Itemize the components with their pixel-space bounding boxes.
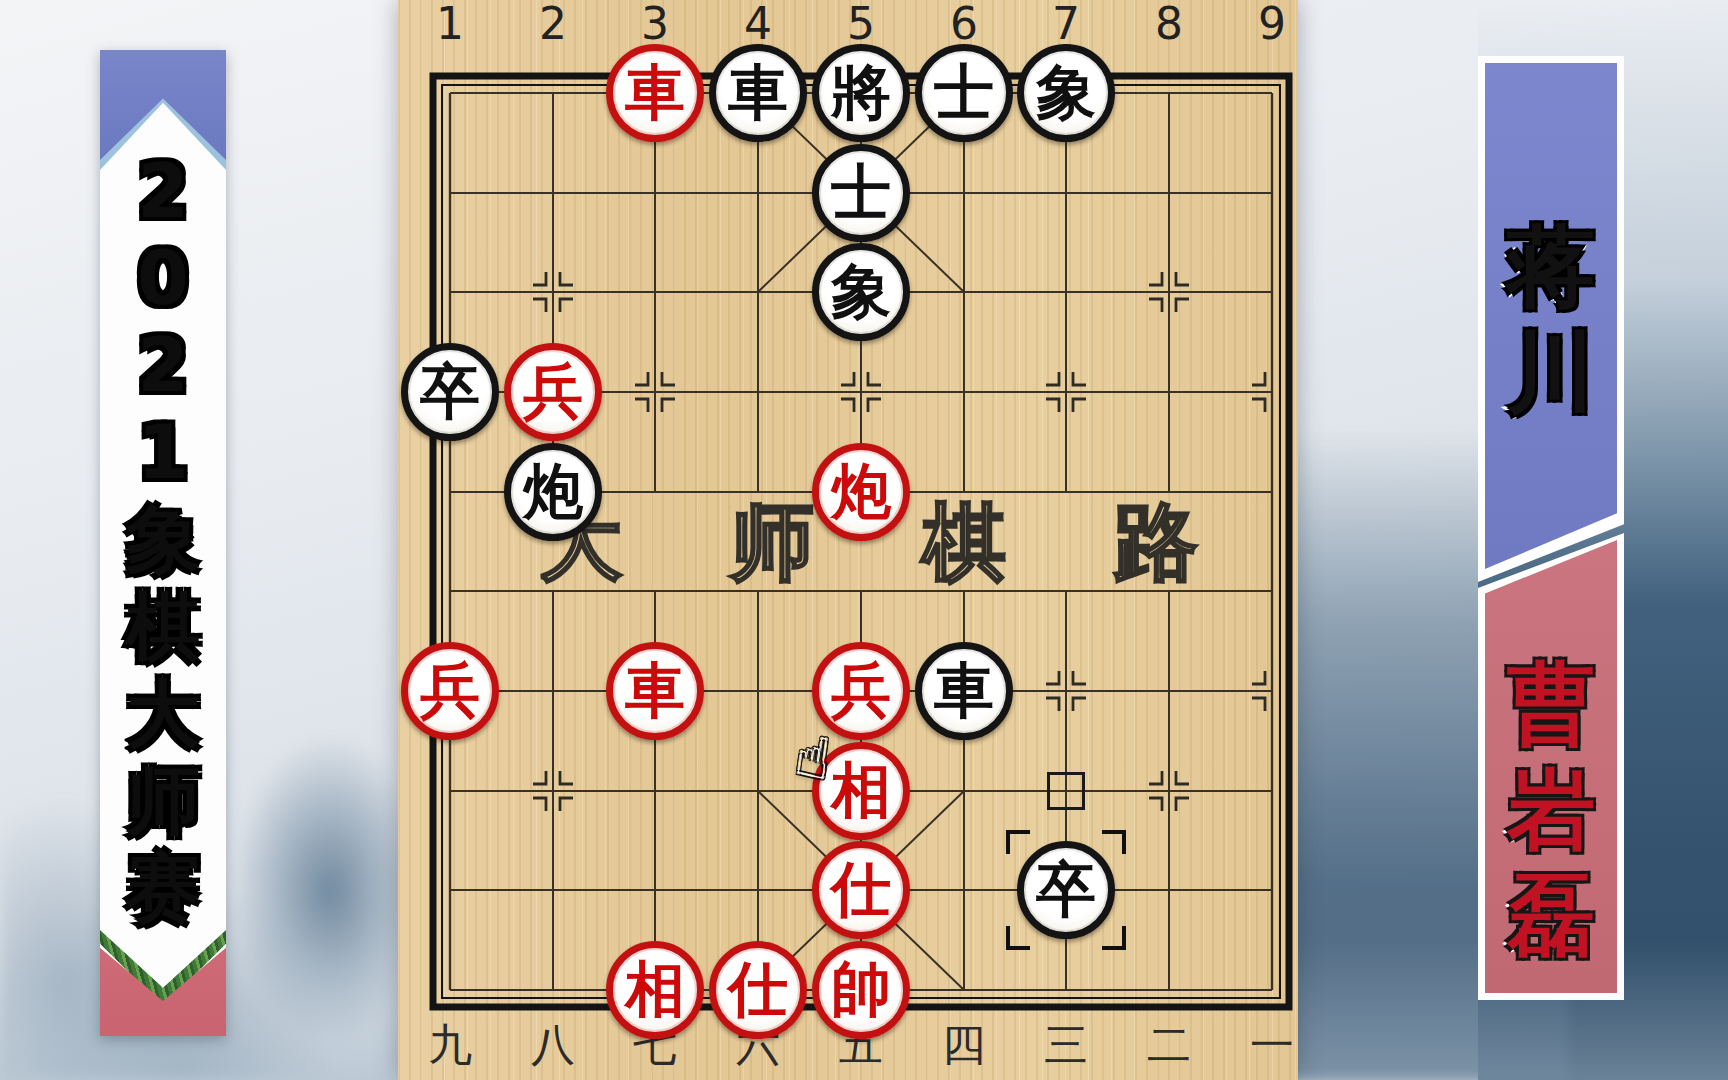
file-label-bottom: 八: [531, 1020, 575, 1070]
black-piece-象[interactable]: 象: [1017, 44, 1115, 142]
red-piece-兵[interactable]: 兵: [504, 343, 602, 441]
piece-glyph: 車: [728, 62, 788, 122]
event-title-char: 2: [100, 322, 226, 409]
black-piece-士[interactable]: 士: [812, 144, 910, 242]
xiangqi-broadcast-screen: { "game": "xiangqi", "event_banner": { "…: [0, 0, 1728, 1080]
player-red-char: 磊: [1478, 863, 1624, 969]
event-title: 2021象棋大师赛: [100, 148, 226, 931]
piece-glyph: 相: [831, 760, 891, 820]
move-destination-corner: [1006, 926, 1030, 950]
piece-glyph: 卒: [420, 361, 480, 421]
red-piece-兵[interactable]: 兵: [401, 642, 499, 740]
event-ribbon: 2021象棋大师赛: [100, 50, 226, 1036]
black-piece-將[interactable]: 將: [812, 44, 910, 142]
move-destination-corner: [1102, 926, 1126, 950]
piece-glyph: 士: [934, 62, 994, 122]
player-name-red: 曹岩磊: [1478, 651, 1624, 969]
piece-glyph: 仕: [728, 959, 788, 1019]
piece-glyph: 象: [1036, 62, 1096, 122]
piece-glyph: 士: [831, 162, 891, 222]
player-name-black: 蒋川: [1478, 214, 1624, 426]
player-banner-black: 蒋川: [1478, 56, 1624, 582]
event-title-char: 大: [100, 670, 226, 757]
file-label-bottom: 四: [942, 1020, 986, 1070]
red-piece-帥[interactable]: 帥: [812, 941, 910, 1039]
piece-glyph: 車: [625, 62, 685, 122]
piece-glyph: 相: [625, 959, 685, 1019]
event-title-char: 赛: [100, 844, 226, 931]
red-piece-相[interactable]: 相: [606, 941, 704, 1039]
river-watermark-char: 师: [724, 496, 820, 588]
piece-glyph: 車: [625, 660, 685, 720]
move-destination-marker: [1006, 830, 1126, 950]
red-piece-仕[interactable]: 仕: [709, 941, 807, 1039]
player-black-char: 川: [1478, 320, 1624, 426]
piece-glyph: 車: [934, 660, 994, 720]
player-banner-red: 曹岩磊: [1478, 533, 1624, 1000]
red-piece-車[interactable]: 車: [606, 44, 704, 142]
black-piece-炮[interactable]: 炮: [504, 443, 602, 541]
event-title-char: 1: [100, 409, 226, 496]
black-piece-士[interactable]: 士: [915, 44, 1013, 142]
red-piece-車[interactable]: 車: [606, 642, 704, 740]
red-piece-兵[interactable]: 兵: [812, 642, 910, 740]
player-red-char: 曹: [1478, 651, 1624, 757]
event-title-char: 0: [100, 235, 226, 322]
file-label-top: 6: [942, 1, 986, 47]
piece-glyph: 兵: [831, 660, 891, 720]
file-label-bottom: 二: [1147, 1020, 1191, 1070]
piece-glyph: 炮: [831, 461, 891, 521]
piece-glyph: 炮: [523, 461, 583, 521]
event-title-char: 象: [100, 496, 226, 583]
piece-glyph: 將: [831, 62, 891, 122]
file-label-top: 4: [736, 1, 780, 47]
file-label-top: 2: [531, 1, 575, 47]
player-red-char: 岩: [1478, 757, 1624, 863]
file-label-top: 1: [428, 1, 472, 47]
move-origin-marker: [1047, 772, 1085, 810]
river-watermark-char: 路: [1108, 496, 1204, 588]
black-piece-象[interactable]: 象: [812, 243, 910, 341]
piece-glyph: 仕: [831, 859, 891, 919]
black-piece-車[interactable]: 車: [709, 44, 807, 142]
file-label-bottom: 三: [1044, 1020, 1088, 1070]
black-piece-卒[interactable]: 卒: [401, 343, 499, 441]
file-label-top: 8: [1147, 1, 1191, 47]
river-watermark-char: 棋: [916, 496, 1012, 588]
file-label-bottom: 一: [1250, 1020, 1294, 1070]
file-label-top: 5: [839, 1, 883, 47]
file-label-top: 9: [1250, 1, 1294, 47]
red-piece-炮[interactable]: 炮: [812, 443, 910, 541]
red-piece-仕[interactable]: 仕: [812, 841, 910, 939]
piece-glyph: 兵: [523, 361, 583, 421]
xiangqi-board[interactable]: 大师棋路 123456789 九八七六五四三二一 車車將士象士象卒兵炮炮兵車兵車…: [398, 0, 1298, 1080]
piece-glyph: 兵: [420, 660, 480, 720]
event-title-char: 师: [100, 757, 226, 844]
file-label-top: 7: [1044, 1, 1088, 47]
piece-glyph: 象: [831, 261, 891, 321]
move-destination-corner: [1006, 830, 1030, 854]
file-label-bottom: 九: [428, 1020, 472, 1070]
event-title-char: 棋: [100, 583, 226, 670]
piece-glyph: 帥: [831, 959, 891, 1019]
player-black-char: 蒋: [1478, 214, 1624, 320]
event-title-char: 2: [100, 148, 226, 235]
file-label-top: 3: [633, 1, 677, 47]
move-destination-corner: [1102, 830, 1126, 854]
black-piece-車[interactable]: 車: [915, 642, 1013, 740]
